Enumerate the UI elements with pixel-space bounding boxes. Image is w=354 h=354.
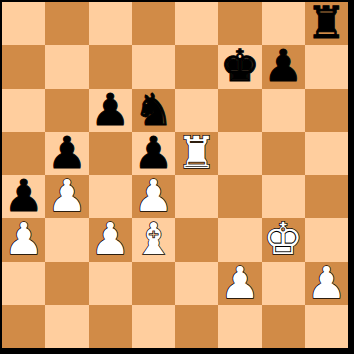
square-d7[interactable] <box>132 45 175 88</box>
square-d8[interactable] <box>132 2 175 45</box>
white-pawn[interactable]: ♟ <box>47 174 86 217</box>
square-c2[interactable] <box>89 262 132 305</box>
white-pawn[interactable]: ♟ <box>134 174 173 217</box>
square-b7[interactable] <box>45 45 88 88</box>
square-d5[interactable]: ♟ <box>132 132 175 175</box>
square-g7[interactable]: ♟ <box>262 45 305 88</box>
square-a3[interactable]: ♟ <box>2 218 45 261</box>
square-e4[interactable] <box>175 175 218 218</box>
square-a4[interactable]: ♟ <box>2 175 45 218</box>
square-h3[interactable] <box>305 218 348 261</box>
square-c3[interactable]: ♟ <box>89 218 132 261</box>
square-f8[interactable] <box>218 2 261 45</box>
square-e1[interactable] <box>175 305 218 348</box>
square-f6[interactable] <box>218 89 261 132</box>
square-e8[interactable] <box>175 2 218 45</box>
square-h8[interactable]: ♜ <box>305 2 348 45</box>
square-b3[interactable] <box>45 218 88 261</box>
square-e2[interactable] <box>175 262 218 305</box>
square-d6[interactable]: ♞ <box>132 89 175 132</box>
white-pawn[interactable]: ♟ <box>90 217 129 260</box>
square-h6[interactable] <box>305 89 348 132</box>
square-h5[interactable] <box>305 132 348 175</box>
square-f7[interactable]: ♚ <box>218 45 261 88</box>
white-pawn[interactable]: ♟ <box>307 261 346 304</box>
square-g5[interactable] <box>262 132 305 175</box>
square-h1[interactable] <box>305 305 348 348</box>
square-e6[interactable] <box>175 89 218 132</box>
square-b4[interactable]: ♟ <box>45 175 88 218</box>
square-a8[interactable] <box>2 2 45 45</box>
square-g8[interactable] <box>262 2 305 45</box>
square-a2[interactable] <box>2 262 45 305</box>
white-pawn[interactable]: ♟ <box>4 217 43 260</box>
black-rook[interactable]: ♜ <box>307 1 346 44</box>
black-pawn[interactable]: ♟ <box>47 131 86 174</box>
square-c6[interactable]: ♟ <box>89 89 132 132</box>
square-b2[interactable] <box>45 262 88 305</box>
square-c8[interactable] <box>89 2 132 45</box>
square-f1[interactable] <box>218 305 261 348</box>
square-a6[interactable] <box>2 89 45 132</box>
white-bishop[interactable]: ♝ <box>134 217 173 260</box>
black-pawn[interactable]: ♟ <box>90 88 129 131</box>
white-pawn[interactable]: ♟ <box>220 261 259 304</box>
square-h7[interactable] <box>305 45 348 88</box>
board-frame: ♜♚♟♟♞♟♟♜♟♟♟♟♟♝♚♟♟ <box>0 0 354 354</box>
chess-board: ♜♚♟♟♞♟♟♜♟♟♟♟♟♝♚♟♟ <box>2 2 348 348</box>
square-b5[interactable]: ♟ <box>45 132 88 175</box>
white-rook[interactable]: ♜ <box>177 131 216 174</box>
square-b6[interactable] <box>45 89 88 132</box>
square-f4[interactable] <box>218 175 261 218</box>
square-f3[interactable] <box>218 218 261 261</box>
square-g3[interactable]: ♚ <box>262 218 305 261</box>
square-f2[interactable]: ♟ <box>218 262 261 305</box>
square-c7[interactable] <box>89 45 132 88</box>
square-b1[interactable] <box>45 305 88 348</box>
square-g2[interactable] <box>262 262 305 305</box>
square-d1[interactable] <box>132 305 175 348</box>
square-c4[interactable] <box>89 175 132 218</box>
black-pawn[interactable]: ♟ <box>263 44 302 87</box>
square-d3[interactable]: ♝ <box>132 218 175 261</box>
square-c5[interactable] <box>89 132 132 175</box>
square-d4[interactable]: ♟ <box>132 175 175 218</box>
white-king[interactable]: ♚ <box>263 217 302 260</box>
square-h2[interactable]: ♟ <box>305 262 348 305</box>
black-pawn[interactable]: ♟ <box>134 131 173 174</box>
square-g4[interactable] <box>262 175 305 218</box>
square-h4[interactable] <box>305 175 348 218</box>
square-a7[interactable] <box>2 45 45 88</box>
square-a5[interactable] <box>2 132 45 175</box>
square-g1[interactable] <box>262 305 305 348</box>
square-f5[interactable] <box>218 132 261 175</box>
black-king[interactable]: ♚ <box>220 44 259 87</box>
square-a1[interactable] <box>2 305 45 348</box>
square-e7[interactable] <box>175 45 218 88</box>
square-b8[interactable] <box>45 2 88 45</box>
black-knight[interactable]: ♞ <box>134 88 173 131</box>
black-pawn[interactable]: ♟ <box>4 174 43 217</box>
square-g6[interactable] <box>262 89 305 132</box>
square-d2[interactable] <box>132 262 175 305</box>
square-e3[interactable] <box>175 218 218 261</box>
square-e5[interactable]: ♜ <box>175 132 218 175</box>
square-c1[interactable] <box>89 305 132 348</box>
